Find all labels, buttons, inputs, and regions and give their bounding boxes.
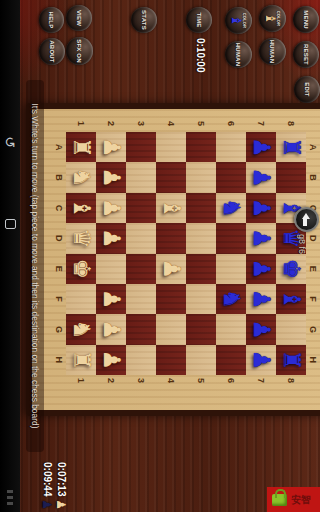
square-e6[interactable] [216,254,246,284]
coordinate-label-G: G [307,314,320,344]
square-h6[interactable] [216,345,246,375]
landscape-stage: MENU RESET EDIT COLOR ♝ HUMAN COLOR ♝ HU… [0,0,320,512]
blue-bishop[interactable]: ♝ [277,284,306,314]
rank-labels-right: 87654321 [66,373,306,388]
square-a2[interactable]: ♟ [96,132,126,162]
square-b4[interactable] [156,162,186,192]
coordinate-label-B: B [307,162,320,192]
square-c5[interactable] [186,193,216,223]
square-e1[interactable]: ♚ [66,254,96,284]
human-white-label: HUMAN [270,40,276,63]
square-e7[interactable]: ♟ [246,254,276,284]
square-d3[interactable] [126,223,156,253]
rank-labels-left: 87654321 [66,116,306,131]
coordinate-label-8: 8 [276,116,306,131]
square-g4[interactable] [156,314,186,344]
coordinate-label-8: 8 [276,373,306,388]
square-a3[interactable] [126,132,156,162]
square-c4[interactable]: ♝ [156,193,186,223]
edit-label: EDIT [304,82,310,96]
system-status-icons [7,490,13,506]
help-label: HELP [49,12,55,29]
square-c1[interactable]: ♝ [66,193,96,223]
square-b8[interactable] [276,162,306,192]
color-blue-button[interactable]: COLOR ♝ [225,7,252,34]
square-b6[interactable] [216,162,246,192]
square-b7[interactable]: ♟ [246,162,276,192]
white-clock: 0:07:13 ♟ [54,462,68,510]
square-g6[interactable] [216,314,246,344]
square-b5[interactable] [186,162,216,192]
square-a8[interactable]: ♜ [276,132,306,162]
white-bishop[interactable]: ♝ [67,193,96,223]
coordinate-label-7: 7 [246,373,276,388]
coordinate-label-D: D [52,223,66,253]
square-g7[interactable]: ♟ [246,314,276,344]
coordinate-label-F: F [307,284,320,314]
edit-button[interactable]: EDIT [294,76,320,103]
square-h3[interactable] [126,345,156,375]
square-a5[interactable] [186,132,216,162]
square-e8[interactable]: ♚ [276,254,306,284]
square-h7[interactable]: ♟ [246,345,276,375]
last-move-text: g8 f6 [297,234,307,254]
file-labels-top: ABCDEFGH [307,132,320,375]
blue-clock-time: 0:09:44 [42,462,53,496]
square-h4[interactable] [156,345,186,375]
white-pawn[interactable]: ♟ [157,254,186,284]
square-f8[interactable]: ♝ [276,284,306,314]
coordinate-label-3: 3 [126,116,156,131]
coordinate-label-E: E [52,254,66,284]
sfx-button[interactable]: SFX ON [66,37,93,65]
square-d5[interactable] [186,223,216,253]
time-control-value: 0:10:00 [195,38,206,90]
square-f5[interactable] [186,284,216,314]
coordinate-label-7: 7 [246,116,276,131]
time-label: TIME [196,12,202,27]
square-e3[interactable] [126,254,156,284]
square-a1[interactable]: ♜ [66,132,96,162]
blue-rook[interactable]: ♜ [277,132,306,162]
square-b3[interactable] [126,162,156,192]
square-d1[interactable]: ♛ [66,223,96,253]
coordinate-label-4: 4 [156,116,186,131]
stats-label: STATS [141,10,147,30]
white-queen[interactable]: ♛ [67,223,96,253]
white-rook[interactable]: ♜ [67,345,96,375]
blue-knight[interactable]: ♞ [217,193,246,223]
square-h8[interactable]: ♜ [276,345,306,375]
square-c6[interactable]: ♞ [216,193,246,223]
view-label: VIEW [76,10,82,26]
white-knight[interactable]: ♞ [67,162,96,192]
coordinate-label-H: H [307,345,320,375]
square-g1[interactable]: ♞ [66,314,96,344]
square-c2[interactable]: ♟ [96,193,126,223]
square-g8[interactable] [276,314,306,344]
coordinate-label-A: A [52,132,66,162]
white-pawn[interactable]: ♟ [97,314,126,344]
white-pawn[interactable]: ♟ [97,132,126,162]
about-button[interactable]: ABOUT [39,38,65,65]
previous-move-button[interactable] [294,207,319,232]
square-a7[interactable]: ♟ [246,132,276,162]
white-pawn[interactable]: ♟ [97,284,126,314]
square-e4[interactable]: ♟ [156,254,186,284]
square-a4[interactable] [156,132,186,162]
coordinate-label-6: 6 [216,373,246,388]
coordinate-label-6: 6 [216,116,246,131]
white-pawn[interactable]: ♟ [97,193,126,223]
square-d6[interactable] [216,223,246,253]
status-text: It's White's turn to move (tap piece to … [30,104,40,429]
watermark: 安智 [267,487,320,512]
chess-board[interactable]: ♜♝♛♚♝♜♟♟♟♟♟♟♟♟♞♞♝♟♟♟♟♟♟♟♟♜♞♝♛♚♞♜ [66,132,306,375]
blue-pawn[interactable]: ♟ [247,193,276,223]
square-h5[interactable] [186,345,216,375]
coordinate-label-H: H [52,345,66,375]
square-b1[interactable]: ♞ [66,162,96,192]
blue-pawn[interactable]: ♟ [247,345,276,375]
help-button[interactable]: HELP [39,7,64,33]
menu-button[interactable]: MENU [293,6,319,33]
human-blue-label: HUMAN [236,43,242,66]
square-f6[interactable]: ♞ [216,284,246,314]
blue-pawn[interactable]: ♟ [247,254,276,284]
screenshot-root: MENU RESET EDIT COLOR ♝ HUMAN COLOR ♝ HU… [0,0,320,512]
coordinate-label-1: 1 [66,373,96,388]
coordinate-label-G: G [52,314,66,344]
square-f4[interactable] [156,284,186,314]
human-white-button[interactable]: HUMAN [259,38,286,65]
coordinate-label-B: B [52,162,66,192]
coordinate-label-C: C [52,193,66,223]
reset-label: RESET [303,44,309,65]
coordinate-label-F: F [52,284,66,314]
square-f1[interactable] [66,284,96,314]
shopping-bag-icon [272,494,287,506]
square-h2[interactable]: ♟ [96,345,126,375]
square-f3[interactable] [126,284,156,314]
square-g5[interactable] [186,314,216,344]
blue-pawn[interactable]: ♟ [247,314,276,344]
android-nav-bar: ↺ [0,0,20,512]
clock-panel: 0:07:13 ♟ 0:09:44 ♟ [40,462,68,510]
square-h1[interactable]: ♜ [66,345,96,375]
coordinate-label-5: 5 [186,373,216,388]
reset-button[interactable]: RESET [293,41,319,68]
white-king[interactable]: ♚ [67,254,96,284]
coordinate-label-2: 2 [96,116,126,131]
square-d4[interactable] [156,223,186,253]
view-button[interactable]: VIEW [66,5,92,31]
coordinate-label-A: A [307,132,320,162]
white-clock-time: 0:07:13 [56,462,67,496]
about-label: ABOUT [49,40,55,62]
blue-pawn[interactable]: ♟ [247,284,276,314]
white-pawn-icon: ♟ [54,499,68,510]
white-piece-icon: ♝ [265,13,277,25]
square-f7[interactable]: ♟ [246,284,276,314]
watermark-text: 安智 [291,495,311,505]
coordinate-label-3: 3 [126,373,156,388]
square-a6[interactable] [216,132,246,162]
file-labels-bottom: ABCDEFGH [52,132,66,375]
white-rook[interactable]: ♜ [67,132,96,162]
back-icon[interactable]: ↺ [1,136,19,148]
blue-pawn[interactable]: ♟ [247,223,276,253]
coordinate-label-E: E [307,254,320,284]
blue-king[interactable]: ♚ [277,254,306,284]
white-pawn[interactable]: ♟ [97,223,126,253]
square-c7[interactable]: ♟ [246,193,276,223]
white-bishop[interactable]: ♝ [157,193,186,223]
square-g3[interactable] [126,314,156,344]
coordinate-label-2: 2 [96,373,126,388]
square-e2[interactable] [96,254,126,284]
menu-label: MENU [303,10,309,28]
blue-knight[interactable]: ♞ [217,284,246,314]
blue-pawn[interactable]: ♟ [247,162,276,192]
square-d2[interactable]: ♟ [96,223,126,253]
square-c3[interactable] [126,193,156,223]
left-arrow-shaft [304,219,308,226]
stats-button[interactable]: STATS [131,7,157,33]
time-button[interactable]: TIME [186,7,212,33]
square-g2[interactable]: ♟ [96,314,126,344]
white-knight[interactable]: ♞ [67,314,96,344]
white-pawn[interactable]: ♟ [97,162,126,192]
square-e5[interactable] [186,254,216,284]
color-white-button[interactable]: COLOR ♝ [259,5,286,32]
blue-piece-icon: ♝ [231,15,243,27]
home-icon[interactable] [5,219,16,229]
status-bar: It's White's turn to move (tap piece to … [26,80,44,452]
human-blue-button[interactable]: HUMAN [225,41,252,68]
blue-pawn[interactable]: ♟ [247,132,276,162]
blue-rook[interactable]: ♜ [277,345,306,375]
blue-pawn-icon: ♟ [40,499,54,510]
blue-clock: 0:09:44 ♟ [40,462,54,510]
square-d7[interactable]: ♟ [246,223,276,253]
white-pawn[interactable]: ♟ [97,345,126,375]
coordinate-label-4: 4 [156,373,186,388]
square-f2[interactable]: ♟ [96,284,126,314]
square-b2[interactable]: ♟ [96,162,126,192]
coordinate-label-5: 5 [186,116,216,131]
coordinate-label-1: 1 [66,116,96,131]
sfx-label: SFX ON [77,39,83,63]
